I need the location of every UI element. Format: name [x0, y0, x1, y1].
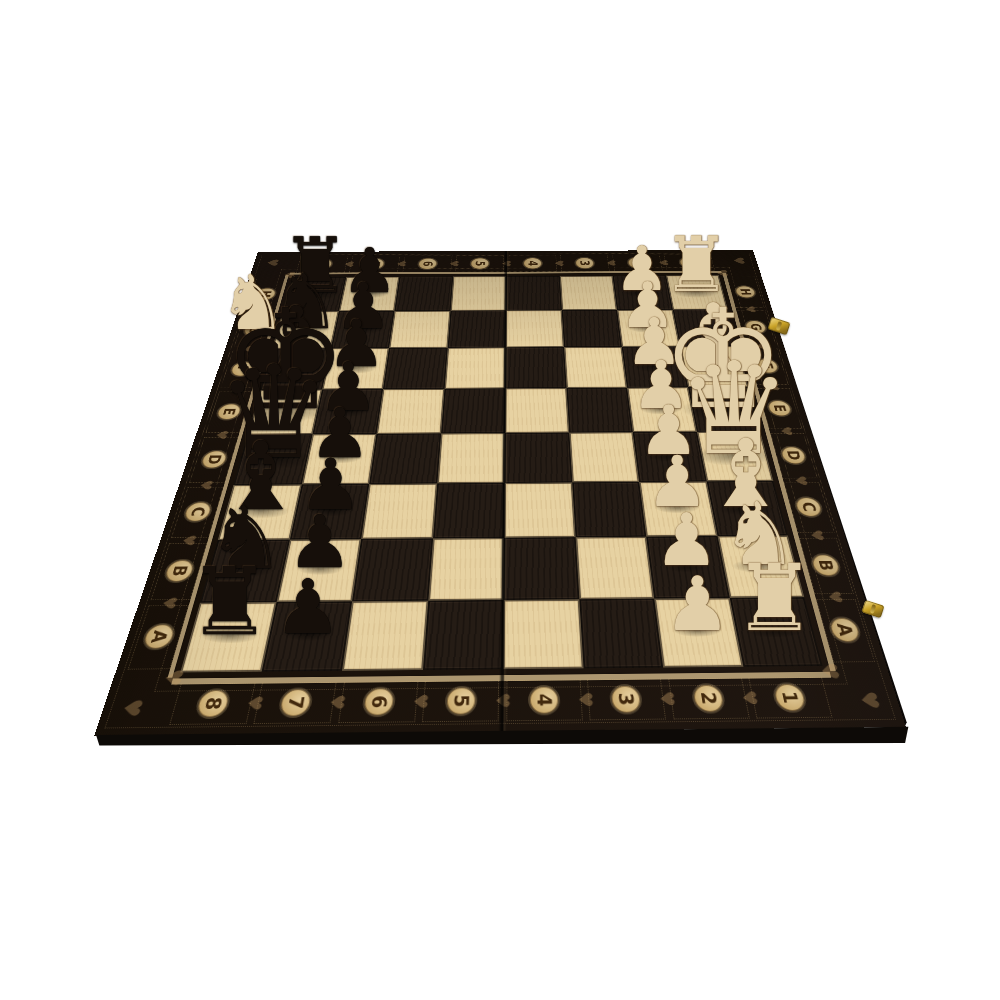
heart-motif-icon: ♥ — [159, 596, 181, 610]
rank-label-bottom-4: 4 — [530, 687, 559, 714]
rank-label-top-4: 4 — [523, 258, 541, 269]
chess-set-photo: 88HH77GG♥♥♥♥66FF♥♥♥♥55EE♥♥♥♥44DD♥♥♥♥33CC… — [0, 0, 1000, 1000]
heart-motif-icon: ♥ — [553, 260, 565, 267]
corner-scroll-heart-icon: ♥ — [713, 269, 730, 277]
heart-motif-icon: ♥ — [605, 260, 618, 267]
heart-motif-icon: ♥ — [825, 590, 846, 603]
heart-motif-icon: ♥ — [410, 693, 430, 709]
heart-motif-icon: ♥ — [227, 385, 244, 394]
heart-motif-icon: ♥ — [743, 305, 758, 312]
heart-motif-icon: ♥ — [807, 529, 827, 541]
heart-motif-icon: ♥ — [327, 694, 348, 710]
heart-motif-icon: ♥ — [738, 690, 760, 706]
heart-motif-icon: ♥ — [765, 382, 781, 391]
heart-motif-icon: ♥ — [792, 475, 810, 486]
heart-motif-icon: ♥ — [778, 426, 795, 436]
corner-scroll-heart-icon: ♥ — [159, 668, 187, 687]
corner-scroll-heart-icon: ♥ — [117, 698, 146, 718]
heart-motif-icon: ♥ — [342, 261, 355, 268]
heart-motif-icon: ♥ — [241, 345, 257, 353]
corner-scroll-heart-icon: ♥ — [730, 257, 747, 265]
corner-scroll-heart-icon: ♥ — [855, 690, 883, 709]
heart-motif-icon: ♥ — [243, 695, 265, 711]
heart-motif-icon: ♥ — [657, 260, 670, 266]
corner-scroll-heart-icon: ♥ — [816, 662, 843, 680]
heart-motif-icon: ♥ — [754, 342, 770, 350]
corner-scroll-heart-icon: ♥ — [281, 271, 298, 279]
heart-motif-icon: ♥ — [657, 691, 678, 707]
heart-motif-icon: ♥ — [179, 534, 199, 546]
heart-motif-icon: ♥ — [197, 479, 216, 490]
heart-motif-icon: ♥ — [575, 692, 595, 708]
heart-motif-icon: ♥ — [448, 260, 460, 267]
corner-scroll-heart-icon: ♥ — [264, 259, 281, 267]
heart-motif-icon: ♥ — [395, 261, 408, 268]
heart-motif-icon: ♥ — [213, 430, 231, 440]
heart-motif-icon: ♥ — [253, 308, 268, 315]
